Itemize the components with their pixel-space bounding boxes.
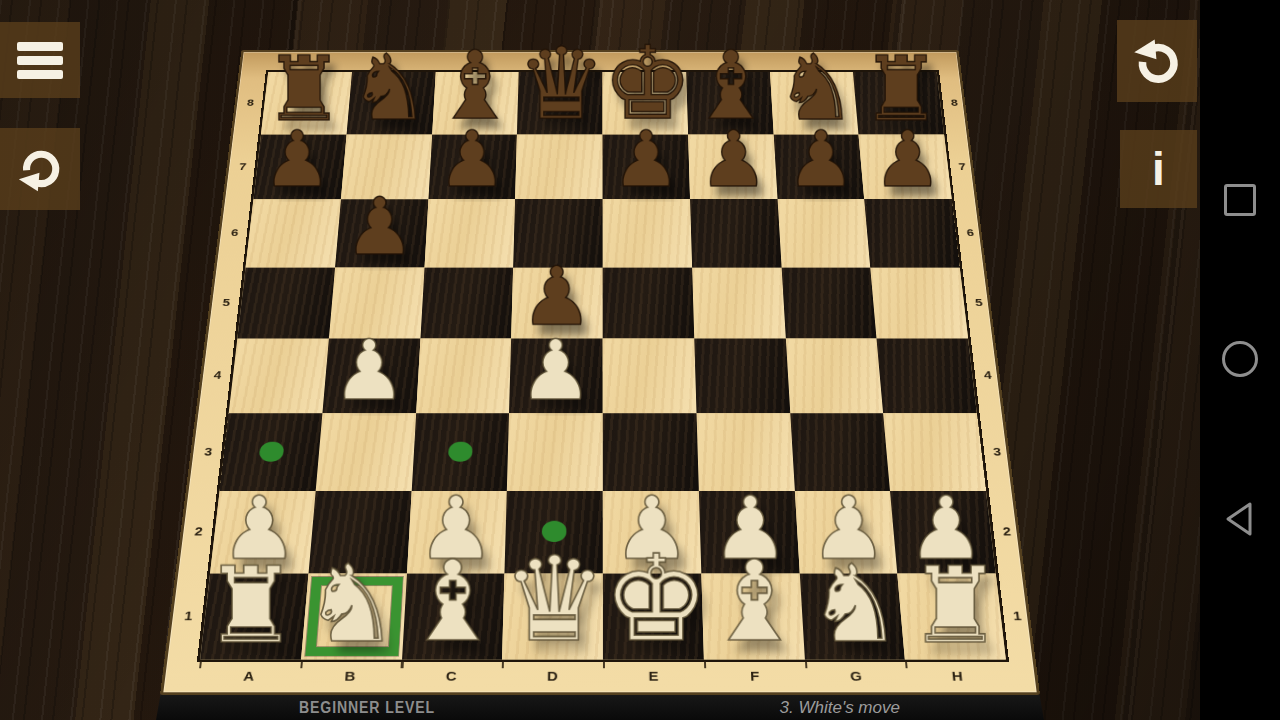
piece-black-p-c7[interactable]: ♟ (428, 121, 515, 198)
rank-label-2: 2 (186, 524, 211, 539)
circle-icon (1222, 341, 1258, 377)
status-bar: BEGINNER LEVEL 3. White's move (156, 695, 1044, 720)
square-b4[interactable]: ♟ (322, 338, 420, 413)
square-h1[interactable]: ♜ (897, 573, 1005, 659)
turn-label: 3. White's move (780, 698, 900, 718)
square-g6[interactable] (777, 199, 870, 267)
square-b1[interactable]: ♞ (301, 573, 407, 659)
square-c6[interactable] (424, 199, 515, 267)
piece-white-b-c1[interactable]: ♝ (402, 547, 503, 658)
square-f7[interactable]: ♟ (688, 134, 777, 199)
rank-label-5: 5 (967, 296, 990, 309)
hamburger-icon (17, 42, 63, 51)
board-grid: ♜♞♝♛♚♝♞♜♟♟♟♟♟♟♟♟♟♟♟♟♟♟♟♟♜♞♝♛♚♝♞♜ (197, 70, 1009, 662)
square-a6[interactable] (246, 199, 341, 267)
file-labels: ABCDEFGH (197, 667, 1009, 685)
rank-label-2: 2 (995, 524, 1020, 539)
piece-black-p-h7[interactable]: ♟ (864, 121, 951, 198)
piece-white-p-b4[interactable]: ♟ (322, 329, 415, 412)
file-label-g: G (805, 667, 908, 685)
rank-label-8: 8 (944, 97, 965, 108)
piece-white-p-d4[interactable]: ♟ (509, 329, 602, 412)
piece-black-p-f7[interactable]: ♟ (690, 121, 777, 198)
square-b6[interactable]: ♟ (335, 199, 428, 267)
piece-white-q-d1[interactable]: ♛ (502, 541, 603, 658)
piece-black-n-b8[interactable]: ♞ (346, 42, 431, 133)
square-c7[interactable]: ♟ (428, 134, 517, 199)
piece-black-p-a7[interactable]: ♟ (254, 121, 341, 198)
level-label: BEGINNER LEVEL (299, 699, 435, 717)
rank-label-4: 4 (206, 369, 229, 382)
square-a5[interactable] (237, 267, 335, 338)
square-f4[interactable] (694, 338, 790, 413)
rank-label-3: 3 (985, 445, 1009, 459)
square-a4[interactable] (229, 338, 329, 413)
square-a1[interactable]: ♜ (200, 573, 308, 659)
piece-white-r-h1[interactable]: ♜ (905, 553, 1006, 658)
rank-label-3: 3 (196, 445, 220, 459)
piece-black-q-d8[interactable]: ♛ (517, 34, 602, 133)
rank-label-7: 7 (951, 161, 973, 173)
rank-label-1: 1 (1005, 608, 1030, 623)
piece-white-r-a1[interactable]: ♜ (200, 553, 301, 658)
rank-label-5: 5 (215, 296, 238, 309)
piece-white-b-f1[interactable]: ♝ (704, 547, 805, 658)
rank-label-4: 4 (976, 369, 999, 382)
info-button[interactable]: i (1120, 130, 1197, 208)
square-h6[interactable] (864, 199, 959, 267)
square-h7[interactable]: ♟ (859, 134, 952, 199)
nav-recents-button[interactable] (1200, 183, 1280, 217)
square-d3[interactable] (507, 413, 603, 491)
piece-white-n-b1[interactable]: ♞ (301, 551, 402, 658)
square-h5[interactable] (870, 267, 968, 338)
square-d8[interactable]: ♛ (517, 72, 602, 134)
square-b8[interactable]: ♞ (346, 72, 435, 134)
info-icon: i (1152, 146, 1165, 192)
square-g7[interactable]: ♟ (773, 134, 864, 199)
chess-app-screen: { "game": "chess", "position": { "fen": … (0, 0, 1280, 720)
square-e6[interactable] (603, 199, 692, 267)
file-label-f: F (704, 667, 806, 685)
square-d7[interactable] (515, 134, 602, 199)
android-nav-bar (1200, 0, 1280, 720)
piece-black-p-b6[interactable]: ♟ (335, 187, 424, 266)
rank-label-7: 7 (232, 161, 254, 173)
file-label-b: B (299, 667, 401, 685)
square-e7[interactable]: ♟ (603, 134, 690, 199)
chess-board[interactable]: ♜♞♝♛♚♝♞♜♟♟♟♟♟♟♟♟♟♟♟♟♟♟♟♟♜♞♝♛♚♝♞♜ ABCDEFG… (160, 50, 1040, 695)
square-a7[interactable]: ♟ (253, 134, 346, 199)
piece-white-k-e1[interactable]: ♚ (603, 539, 704, 658)
file-label-a: A (197, 667, 300, 685)
file-label-d: D (502, 667, 603, 685)
square-e5[interactable] (603, 267, 694, 338)
piece-black-p-g7[interactable]: ♟ (777, 121, 864, 198)
rank-label-1: 1 (176, 608, 201, 623)
menu-button[interactable] (0, 22, 80, 98)
square-e1[interactable]: ♚ (603, 573, 704, 659)
square-f5[interactable] (692, 267, 785, 338)
square-f1[interactable]: ♝ (701, 573, 804, 659)
piece-white-n-g1[interactable]: ♞ (804, 551, 905, 658)
square-g5[interactable] (781, 267, 877, 338)
square-d1[interactable]: ♛ (502, 573, 603, 659)
rotate-button[interactable] (0, 128, 80, 210)
rank-label-6: 6 (959, 227, 981, 239)
square-d4[interactable]: ♟ (509, 338, 603, 413)
square-e4[interactable] (603, 338, 697, 413)
square-h4[interactable] (877, 338, 977, 413)
nav-back-button[interactable] (1200, 500, 1280, 538)
rotate-icon (14, 143, 66, 195)
rank-label-6: 6 (224, 227, 246, 239)
nav-home-button[interactable] (1200, 340, 1280, 378)
file-label-e: E (603, 667, 704, 685)
square-g4[interactable] (785, 338, 883, 413)
square-c4[interactable] (416, 338, 512, 413)
piece-black-p-e7[interactable]: ♟ (603, 121, 690, 198)
square-f6[interactable] (690, 199, 781, 267)
file-label-c: C (400, 667, 502, 685)
triangle-left-icon (1221, 500, 1259, 538)
square-g1[interactable]: ♞ (799, 573, 905, 659)
rank-label-8: 8 (240, 97, 261, 108)
square-c5[interactable] (420, 267, 513, 338)
square-b3[interactable] (315, 413, 415, 491)
square-c1[interactable]: ♝ (402, 573, 505, 659)
file-label-h: H (906, 667, 1009, 685)
undo-button[interactable] (1117, 20, 1197, 102)
square-icon (1224, 184, 1256, 216)
undo-icon (1129, 33, 1185, 89)
